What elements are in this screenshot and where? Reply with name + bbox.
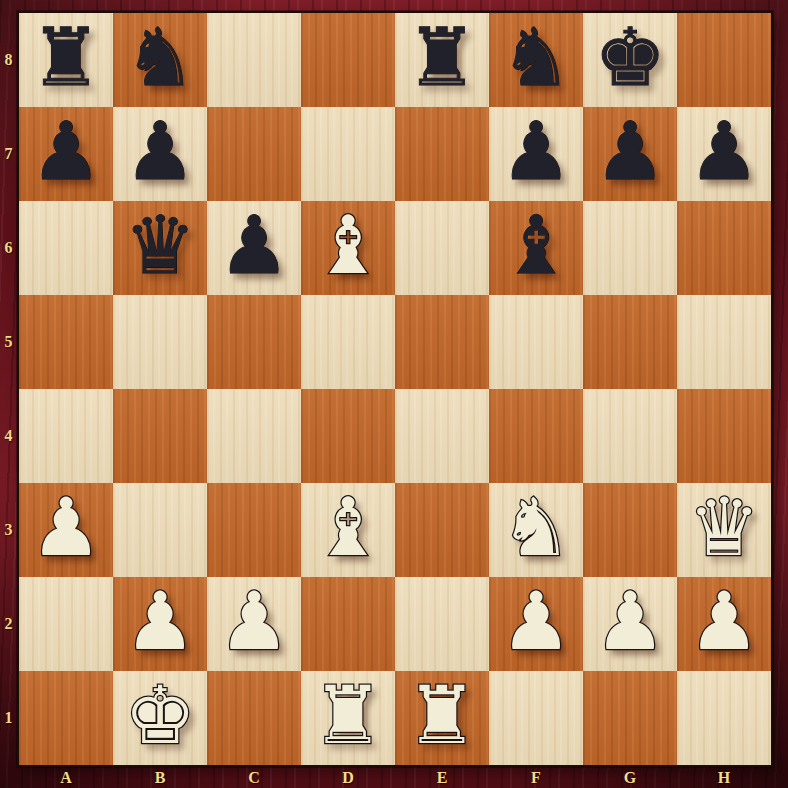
square-b3[interactable] [113, 483, 207, 577]
rank-label-4: 4 [0, 389, 17, 483]
square-e6[interactable] [395, 201, 489, 295]
square-g7[interactable]: ♟ [583, 107, 677, 201]
square-b5[interactable] [113, 295, 207, 389]
square-g5[interactable] [583, 295, 677, 389]
white-pawn[interactable]: ♟ [594, 575, 666, 669]
square-c1[interactable] [207, 671, 301, 765]
chess-board: ♜♞♜♞♚♟♟♟♟♟♛♟♝♝♟♝♞♛♟♟♟♟♟♚♜♜ [17, 11, 773, 767]
square-b1[interactable]: ♚ [113, 671, 207, 765]
square-f3[interactable]: ♞ [489, 483, 583, 577]
square-g3[interactable] [583, 483, 677, 577]
square-d2[interactable] [301, 577, 395, 671]
square-c2[interactable]: ♟ [207, 577, 301, 671]
rank-label-6: 6 [0, 201, 17, 295]
square-a7[interactable]: ♟ [19, 107, 113, 201]
square-d1[interactable]: ♜ [301, 671, 395, 765]
file-label-h: H [677, 767, 771, 788]
square-a4[interactable] [19, 389, 113, 483]
white-pawn[interactable]: ♟ [124, 575, 196, 669]
square-g2[interactable]: ♟ [583, 577, 677, 671]
white-knight[interactable]: ♞ [500, 481, 572, 575]
black-pawn[interactable]: ♟ [688, 105, 760, 199]
square-a1[interactable] [19, 671, 113, 765]
square-e5[interactable] [395, 295, 489, 389]
square-d7[interactable] [301, 107, 395, 201]
rank-label-1: 1 [0, 671, 17, 765]
square-b7[interactable]: ♟ [113, 107, 207, 201]
square-h7[interactable]: ♟ [677, 107, 771, 201]
white-pawn[interactable]: ♟ [218, 575, 290, 669]
square-e4[interactable] [395, 389, 489, 483]
rank-label-2: 2 [0, 577, 17, 671]
black-pawn[interactable]: ♟ [218, 199, 290, 293]
rank-label-5: 5 [0, 295, 17, 389]
black-knight[interactable]: ♞ [500, 11, 572, 105]
square-f4[interactable] [489, 389, 583, 483]
black-queen[interactable]: ♛ [124, 199, 196, 293]
black-pawn[interactable]: ♟ [124, 105, 196, 199]
white-rook[interactable]: ♜ [406, 669, 478, 763]
white-queen[interactable]: ♛ [688, 481, 760, 575]
black-bishop[interactable]: ♝ [500, 199, 572, 293]
black-pawn[interactable]: ♟ [500, 105, 572, 199]
square-a2[interactable] [19, 577, 113, 671]
black-rook[interactable]: ♜ [30, 11, 102, 105]
square-g4[interactable] [583, 389, 677, 483]
square-c3[interactable] [207, 483, 301, 577]
square-f8[interactable]: ♞ [489, 13, 583, 107]
square-e2[interactable] [395, 577, 489, 671]
file-label-f: F [489, 767, 583, 788]
square-h8[interactable] [677, 13, 771, 107]
square-e8[interactable]: ♜ [395, 13, 489, 107]
square-e1[interactable]: ♜ [395, 671, 489, 765]
square-h4[interactable] [677, 389, 771, 483]
square-e7[interactable] [395, 107, 489, 201]
square-b4[interactable] [113, 389, 207, 483]
square-a5[interactable] [19, 295, 113, 389]
white-pawn[interactable]: ♟ [500, 575, 572, 669]
square-c8[interactable] [207, 13, 301, 107]
square-f5[interactable] [489, 295, 583, 389]
white-rook[interactable]: ♜ [312, 669, 384, 763]
square-a3[interactable]: ♟ [19, 483, 113, 577]
square-a8[interactable]: ♜ [19, 13, 113, 107]
square-d5[interactable] [301, 295, 395, 389]
square-b8[interactable]: ♞ [113, 13, 207, 107]
white-pawn[interactable]: ♟ [30, 481, 102, 575]
square-d3[interactable]: ♝ [301, 483, 395, 577]
rank-label-7: 7 [0, 107, 17, 201]
file-label-d: D [301, 767, 395, 788]
rank-label-3: 3 [0, 483, 17, 577]
black-rook[interactable]: ♜ [406, 11, 478, 105]
file-label-e: E [395, 767, 489, 788]
black-pawn[interactable]: ♟ [594, 105, 666, 199]
square-d8[interactable] [301, 13, 395, 107]
square-g8[interactable]: ♚ [583, 13, 677, 107]
square-c6[interactable]: ♟ [207, 201, 301, 295]
square-f2[interactable]: ♟ [489, 577, 583, 671]
square-h2[interactable]: ♟ [677, 577, 771, 671]
file-label-c: C [207, 767, 301, 788]
white-bishop[interactable]: ♝ [312, 199, 384, 293]
square-e3[interactable] [395, 483, 489, 577]
square-h6[interactable] [677, 201, 771, 295]
square-h1[interactable] [677, 671, 771, 765]
rank-label-8: 8 [0, 13, 17, 107]
square-d6[interactable]: ♝ [301, 201, 395, 295]
file-label-a: A [19, 767, 113, 788]
black-pawn[interactable]: ♟ [30, 105, 102, 199]
chessboard-screenshot: { "game": "chess", "position": { "fen": … [0, 0, 788, 788]
square-h5[interactable] [677, 295, 771, 389]
square-g1[interactable] [583, 671, 677, 765]
square-f7[interactable]: ♟ [489, 107, 583, 201]
square-c7[interactable] [207, 107, 301, 201]
square-d4[interactable] [301, 389, 395, 483]
square-g6[interactable] [583, 201, 677, 295]
rank-labels: 87654321 [0, 13, 17, 765]
square-f1[interactable] [489, 671, 583, 765]
white-king[interactable]: ♚ [124, 669, 196, 763]
square-b6[interactable]: ♛ [113, 201, 207, 295]
file-labels: ABCDEFGH [19, 767, 771, 788]
square-f6[interactable]: ♝ [489, 201, 583, 295]
square-h3[interactable]: ♛ [677, 483, 771, 577]
white-bishop[interactable]: ♝ [312, 481, 384, 575]
file-label-g: G [583, 767, 677, 788]
black-king[interactable]: ♚ [594, 11, 666, 105]
square-a6[interactable] [19, 201, 113, 295]
white-pawn[interactable]: ♟ [688, 575, 760, 669]
square-b2[interactable]: ♟ [113, 577, 207, 671]
square-c4[interactable] [207, 389, 301, 483]
black-knight[interactable]: ♞ [124, 11, 196, 105]
square-c5[interactable] [207, 295, 301, 389]
file-label-b: B [113, 767, 207, 788]
